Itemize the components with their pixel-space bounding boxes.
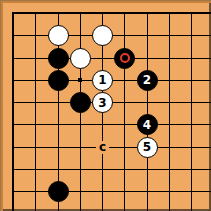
stone-white: [70, 48, 91, 69]
hoshi-point: [78, 78, 82, 82]
stone-white: [48, 25, 69, 46]
red-circle-mark: [120, 53, 130, 63]
stone-white-3: 3: [92, 92, 113, 113]
stone-black-marked: [114, 48, 135, 69]
stone-white-1: 1: [92, 70, 113, 91]
stone-black: [48, 70, 69, 91]
stone-black: [70, 92, 91, 113]
point-label-c: c: [96, 141, 109, 154]
stone-white-5: 5: [137, 137, 158, 158]
go-board-diagram: 12345c: [0, 0, 211, 211]
stone-black-4: 4: [137, 114, 158, 135]
board-intersections: 12345c: [2, 2, 202, 202]
stone-black: [48, 48, 69, 69]
stone-black-2: 2: [137, 70, 158, 91]
stone-white: [92, 25, 113, 46]
stone-black: [48, 181, 69, 202]
